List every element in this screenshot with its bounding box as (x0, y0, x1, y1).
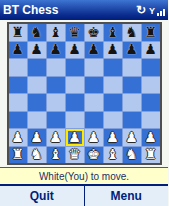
app-title: BT Chess (3, 0, 58, 20)
square-f5[interactable] (104, 77, 122, 94)
chess-board: ♜♞♝♛♚♝♞♜♟♟♟♟♟♟♟♟♟♟♟♟♟♟♟♟♜♞♝♛♚♝♞♜ (9, 24, 160, 163)
square-e5[interactable] (85, 77, 103, 94)
black-bishop: ♝ (106, 25, 119, 40)
black-pawn: ♟ (144, 42, 157, 57)
square-f3[interactable] (104, 112, 122, 129)
square-h4[interactable] (142, 94, 160, 111)
square-d5[interactable] (66, 77, 84, 94)
square-h7[interactable]: ♟ (142, 42, 160, 59)
square-e4[interactable] (85, 94, 103, 111)
square-f6[interactable] (104, 59, 122, 76)
square-c6[interactable] (47, 59, 65, 76)
white-knight: ♞ (125, 147, 138, 162)
square-d2[interactable]: ♟ (66, 129, 84, 146)
square-c3[interactable] (47, 112, 65, 129)
square-b7[interactable]: ♟ (28, 42, 46, 59)
square-f7[interactable]: ♟ (104, 42, 122, 59)
square-b1[interactable]: ♞ (28, 147, 46, 164)
square-e8[interactable]: ♚ (85, 24, 103, 41)
square-h8[interactable]: ♜ (142, 24, 160, 41)
square-d8[interactable]: ♛ (66, 24, 84, 41)
black-rook: ♜ (11, 25, 24, 40)
signal-strength-icon: Y (149, 5, 165, 16)
square-d1[interactable]: ♛ (66, 147, 84, 164)
square-b4[interactable] (28, 94, 46, 111)
square-c7[interactable]: ♟ (47, 42, 65, 59)
square-a1[interactable]: ♜ (9, 147, 27, 164)
quit-softkey-button[interactable]: Quit (0, 186, 84, 206)
square-a5[interactable] (9, 77, 27, 94)
black-pawn: ♟ (49, 42, 62, 57)
square-c5[interactable] (47, 77, 65, 94)
title-bar: BT Chess ↻ Y (0, 0, 168, 20)
white-rook: ♜ (11, 147, 24, 162)
black-knight: ♞ (30, 25, 43, 40)
square-d3[interactable] (66, 112, 84, 129)
square-d6[interactable] (66, 59, 84, 76)
square-e3[interactable] (85, 112, 103, 129)
square-h3[interactable] (142, 112, 160, 129)
black-pawn: ♟ (106, 42, 119, 57)
square-b6[interactable] (28, 59, 46, 76)
square-a6[interactable] (9, 59, 27, 76)
square-f2[interactable]: ♟ (104, 129, 122, 146)
white-king: ♚ (87, 147, 100, 162)
white-pawn: ♟ (144, 130, 157, 145)
white-pawn: ♟ (30, 130, 43, 145)
antenna-glyph: Y (149, 7, 155, 16)
softkey-bar: Quit Menu (0, 184, 168, 206)
status-icons: ↻ Y (136, 4, 165, 16)
signal-bar (160, 11, 162, 16)
square-f1[interactable]: ♝ (104, 147, 122, 164)
signal-bar (157, 13, 159, 16)
square-g5[interactable] (123, 77, 141, 94)
square-g8[interactable]: ♞ (123, 24, 141, 41)
square-g2[interactable]: ♟ (123, 129, 141, 146)
black-rook: ♜ (144, 25, 157, 40)
square-a7[interactable]: ♟ (9, 42, 27, 59)
black-pawn: ♟ (125, 42, 138, 57)
white-queen: ♛ (68, 147, 81, 162)
square-e6[interactable] (85, 59, 103, 76)
turn-indicator-text: White(You) to move. (39, 171, 129, 182)
square-a8[interactable]: ♜ (9, 24, 27, 41)
black-pawn: ♟ (87, 42, 100, 57)
square-d7[interactable]: ♟ (66, 42, 84, 59)
white-rook: ♜ (144, 147, 157, 162)
square-a2[interactable]: ♟ (9, 129, 27, 146)
square-a3[interactable] (9, 112, 27, 129)
white-pawn: ♟ (68, 130, 81, 145)
square-h1[interactable]: ♜ (142, 147, 160, 164)
square-g7[interactable]: ♟ (123, 42, 141, 59)
square-g4[interactable] (123, 94, 141, 111)
square-c2[interactable]: ♟ (47, 129, 65, 146)
black-queen: ♛ (68, 25, 81, 40)
square-h5[interactable] (142, 77, 160, 94)
black-pawn: ♟ (30, 42, 43, 57)
square-b5[interactable] (28, 77, 46, 94)
white-pawn: ♟ (125, 130, 138, 145)
white-knight: ♞ (30, 147, 43, 162)
white-bishop: ♝ (106, 147, 119, 162)
square-g3[interactable] (123, 112, 141, 129)
square-b8[interactable]: ♞ (28, 24, 46, 41)
square-d4[interactable] (66, 94, 84, 111)
white-pawn: ♟ (87, 130, 100, 145)
square-b3[interactable] (28, 112, 46, 129)
square-g1[interactable]: ♞ (123, 147, 141, 164)
black-pawn: ♟ (68, 42, 81, 57)
square-g6[interactable] (123, 59, 141, 76)
square-a4[interactable] (9, 94, 27, 111)
status-bar: White(You) to move. (0, 167, 168, 184)
black-bishop: ♝ (49, 25, 62, 40)
white-pawn: ♟ (11, 130, 24, 145)
square-e7[interactable]: ♟ (85, 42, 103, 59)
white-bishop: ♝ (49, 147, 62, 162)
square-b2[interactable]: ♟ (28, 129, 46, 146)
square-c8[interactable]: ♝ (47, 24, 65, 41)
white-pawn: ♟ (106, 130, 119, 145)
square-e2[interactable]: ♟ (85, 129, 103, 146)
white-pawn: ♟ (49, 130, 62, 145)
square-c4[interactable] (47, 94, 65, 111)
square-h2[interactable]: ♟ (142, 129, 160, 146)
board-frame: ♜♞♝♛♚♝♞♜♟♟♟♟♟♟♟♟♟♟♟♟♟♟♟♟♜♞♝♛♚♝♞♜ (7, 22, 162, 165)
square-c1[interactable]: ♝ (47, 147, 65, 164)
square-f4[interactable] (104, 94, 122, 111)
signal-bar (163, 9, 165, 16)
square-f8[interactable]: ♝ (104, 24, 122, 41)
sync-icon: ↻ (136, 4, 146, 16)
black-king: ♚ (87, 25, 100, 40)
menu-softkey-button[interactable]: Menu (85, 186, 169, 206)
square-h6[interactable] (142, 59, 160, 76)
black-pawn: ♟ (11, 42, 24, 57)
square-e1[interactable]: ♚ (85, 147, 103, 164)
black-knight: ♞ (125, 25, 138, 40)
